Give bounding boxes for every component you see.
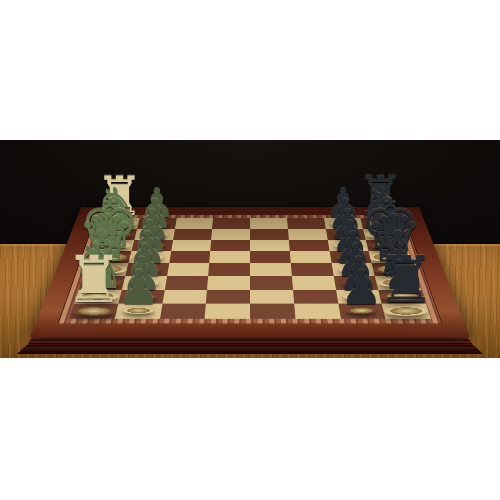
board-square <box>360 218 400 228</box>
board-square <box>331 263 375 276</box>
board-square <box>250 304 295 319</box>
chess-board <box>30 207 470 337</box>
board-square <box>338 304 386 319</box>
board-square <box>79 276 125 289</box>
board-square <box>250 229 289 240</box>
chess-set-photograph: ♜♞♝♚♛♝♞♜♟♟♟♟♟♟♟♟♟♟♟♟♟♟♟♟♜♞♝♚♛♝♞♜ <box>0 140 500 358</box>
board-moulded-edge <box>26 337 474 347</box>
board-square <box>290 251 332 263</box>
board-square <box>167 263 210 276</box>
board-square <box>211 229 250 240</box>
board-square <box>288 229 328 240</box>
board-square <box>122 276 167 289</box>
board-square <box>250 251 291 263</box>
board-square <box>327 240 369 252</box>
board-square <box>162 289 207 303</box>
board-square <box>336 289 382 303</box>
board-square <box>175 218 214 228</box>
board-square <box>205 304 250 319</box>
board-square <box>369 251 413 263</box>
board-square <box>289 240 330 252</box>
board-square <box>250 240 290 252</box>
board-square <box>329 251 372 263</box>
board-square <box>208 263 250 276</box>
board-square <box>382 304 431 319</box>
board-square <box>74 289 122 303</box>
board-square <box>137 218 176 228</box>
board-square <box>169 251 211 263</box>
board-square <box>294 304 340 319</box>
board-square <box>250 289 294 303</box>
board-square <box>293 289 338 303</box>
board-square <box>128 251 171 263</box>
board-square <box>118 289 164 303</box>
board-square <box>375 276 421 289</box>
board-square <box>207 276 250 289</box>
board-square <box>324 218 363 228</box>
board-grid <box>69 218 431 319</box>
board-square <box>378 289 426 303</box>
board-square <box>250 276 293 289</box>
board-square <box>363 229 404 240</box>
board-square <box>99 218 139 228</box>
board-square <box>372 263 417 276</box>
board-square <box>114 304 162 319</box>
board-square <box>160 304 206 319</box>
board-square <box>209 251 250 263</box>
board-square <box>92 240 134 252</box>
board-square <box>325 229 365 240</box>
page: ♜♞♝♚♛♝♞♜♟♟♟♟♟♟♟♟♟♟♟♟♟♟♟♟♜♞♝♚♛♝♞♜ <box>0 0 500 500</box>
board-square <box>69 304 118 319</box>
board-square <box>291 263 334 276</box>
board-square <box>164 276 208 289</box>
board-square <box>134 229 174 240</box>
board-square <box>250 218 288 228</box>
board-square <box>83 263 128 276</box>
board-square <box>287 218 326 228</box>
board-square <box>212 218 250 228</box>
board-square <box>171 240 212 252</box>
board-square <box>88 251 132 263</box>
board-square <box>206 289 250 303</box>
board-square <box>131 240 173 252</box>
board-square <box>333 276 378 289</box>
board-square <box>250 263 292 276</box>
board-square <box>173 229 213 240</box>
board-square <box>125 263 169 276</box>
board-square <box>292 276 336 289</box>
board-square <box>96 229 137 240</box>
board-square <box>210 240 250 252</box>
board-square <box>366 240 408 252</box>
